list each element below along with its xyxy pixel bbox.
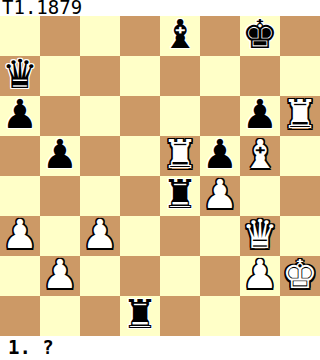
square-e3[interactable] [160, 216, 200, 256]
square-a4[interactable] [0, 176, 40, 216]
square-a6[interactable]: ♟ [0, 96, 40, 136]
square-c7[interactable] [80, 56, 120, 96]
black-pawn[interactable]: ♟ [42, 136, 78, 174]
white-rook[interactable]: ♜ [282, 96, 318, 134]
square-e8[interactable]: ♝ [160, 16, 200, 56]
square-g2[interactable]: ♟ [240, 256, 280, 296]
square-d3[interactable] [120, 216, 160, 256]
move-prompt: 1. ? [0, 336, 320, 360]
square-a2[interactable] [0, 256, 40, 296]
black-rook[interactable]: ♜ [162, 176, 198, 214]
square-d6[interactable] [120, 96, 160, 136]
black-queen[interactable]: ♛ [2, 56, 38, 94]
square-c4[interactable] [80, 176, 120, 216]
square-h5[interactable] [280, 136, 320, 176]
black-rook[interactable]: ♜ [122, 296, 158, 334]
square-e2[interactable] [160, 256, 200, 296]
square-b7[interactable] [40, 56, 80, 96]
square-b4[interactable] [40, 176, 80, 216]
square-f5[interactable]: ♟ [200, 136, 240, 176]
square-e7[interactable] [160, 56, 200, 96]
square-g3[interactable]: ♛ [240, 216, 280, 256]
black-king[interactable]: ♚ [242, 16, 278, 54]
square-h7[interactable] [280, 56, 320, 96]
square-d8[interactable] [120, 16, 160, 56]
square-e1[interactable] [160, 296, 200, 336]
square-d1[interactable]: ♜ [120, 296, 160, 336]
white-rook[interactable]: ♜ [162, 136, 198, 174]
white-pawn[interactable]: ♟ [2, 216, 38, 254]
square-g4[interactable] [240, 176, 280, 216]
square-a8[interactable] [0, 16, 40, 56]
square-d5[interactable] [120, 136, 160, 176]
square-f4[interactable]: ♟ [200, 176, 240, 216]
black-pawn[interactable]: ♟ [202, 136, 238, 174]
square-h8[interactable] [280, 16, 320, 56]
square-f2[interactable] [200, 256, 240, 296]
square-h1[interactable] [280, 296, 320, 336]
square-a3[interactable]: ♟ [0, 216, 40, 256]
square-a5[interactable] [0, 136, 40, 176]
square-b3[interactable] [40, 216, 80, 256]
square-b5[interactable]: ♟ [40, 136, 80, 176]
white-pawn[interactable]: ♟ [42, 256, 78, 294]
square-a1[interactable] [0, 296, 40, 336]
square-a7[interactable]: ♛ [0, 56, 40, 96]
square-d7[interactable] [120, 56, 160, 96]
square-e6[interactable] [160, 96, 200, 136]
square-h2[interactable]: ♚ [280, 256, 320, 296]
square-c5[interactable] [80, 136, 120, 176]
square-f7[interactable] [200, 56, 240, 96]
square-b6[interactable] [40, 96, 80, 136]
square-h3[interactable] [280, 216, 320, 256]
square-h6[interactable]: ♜ [280, 96, 320, 136]
square-g5[interactable]: ♝ [240, 136, 280, 176]
square-c6[interactable] [80, 96, 120, 136]
white-queen[interactable]: ♛ [242, 216, 278, 254]
square-g8[interactable]: ♚ [240, 16, 280, 56]
black-pawn[interactable]: ♟ [2, 96, 38, 134]
square-f6[interactable] [200, 96, 240, 136]
chess-board: ♝♚♛♟♟♜♟♜♟♝♜♟♟♟♛♟♟♚♜ [0, 16, 320, 336]
square-b8[interactable] [40, 16, 80, 56]
white-bishop[interactable]: ♝ [242, 136, 278, 174]
white-pawn[interactable]: ♟ [82, 216, 118, 254]
white-king[interactable]: ♚ [282, 256, 318, 294]
square-c2[interactable] [80, 256, 120, 296]
square-f8[interactable] [200, 16, 240, 56]
square-b1[interactable] [40, 296, 80, 336]
square-d4[interactable] [120, 176, 160, 216]
problem-id: T1.1879 [0, 0, 320, 16]
black-pawn[interactable]: ♟ [242, 96, 278, 134]
square-b2[interactable]: ♟ [40, 256, 80, 296]
square-g1[interactable] [240, 296, 280, 336]
square-h4[interactable] [280, 176, 320, 216]
white-pawn[interactable]: ♟ [242, 256, 278, 294]
white-pawn[interactable]: ♟ [202, 176, 238, 214]
square-g6[interactable]: ♟ [240, 96, 280, 136]
square-g7[interactable] [240, 56, 280, 96]
square-c3[interactable]: ♟ [80, 216, 120, 256]
square-e4[interactable]: ♜ [160, 176, 200, 216]
black-bishop[interactable]: ♝ [162, 16, 198, 54]
square-c8[interactable] [80, 16, 120, 56]
square-c1[interactable] [80, 296, 120, 336]
square-d2[interactable] [120, 256, 160, 296]
chess-problem-app: T1.1879 ♝♚♛♟♟♜♟♜♟♝♜♟♟♟♛♟♟♚♜ 1. ? [0, 0, 320, 360]
square-e5[interactable]: ♜ [160, 136, 200, 176]
square-f1[interactable] [200, 296, 240, 336]
square-f3[interactable] [200, 216, 240, 256]
